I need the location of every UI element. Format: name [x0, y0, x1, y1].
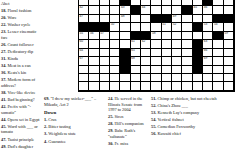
white-cell[interactable]	[131, 15, 141, 23]
down-clues-column-4: 51. Chimp or chicken, but not cheetah52.…	[151, 96, 233, 139]
white-cell[interactable]: 67	[79, 57, 89, 65]
white-cell[interactable]	[172, 49, 182, 57]
white-cell[interactable]: 47	[79, 15, 89, 23]
clue: 2. Bitter tasting	[44, 124, 105, 130]
white-cell[interactable]	[141, 74, 151, 82]
white-cell[interactable]	[89, 40, 99, 48]
cell-number: 67	[80, 57, 84, 60]
white-cell[interactable]: 53	[203, 23, 213, 31]
white-cell[interactable]	[162, 6, 172, 14]
white-cell[interactable]	[172, 82, 182, 90]
white-cell[interactable]: 50	[110, 23, 120, 31]
white-cell[interactable]	[213, 57, 223, 65]
white-cell[interactable]	[224, 57, 234, 65]
white-cell[interactable]	[182, 57, 192, 65]
white-cell[interactable]: 58	[151, 32, 161, 40]
crossword-puzzle-page: { "game": "crossword", "board": { "rows"…	[0, 0, 235, 150]
cell-number: 66	[204, 49, 208, 52]
clue: 51. Chimp or chicken, but not cheetah	[151, 96, 233, 102]
white-cell[interactable]	[172, 74, 182, 82]
white-cell[interactable]	[224, 82, 234, 90]
white-cell[interactable]	[131, 23, 141, 31]
white-cell[interactable]	[141, 23, 151, 31]
cell-number: 46	[204, 6, 208, 9]
cell-number: 44	[142, 6, 146, 9]
cell-number: 48	[121, 15, 125, 18]
black-cell	[131, 6, 141, 14]
white-cell[interactable]	[131, 74, 141, 82]
white-cell[interactable]	[193, 15, 203, 23]
white-cell[interactable]	[151, 74, 161, 82]
white-cell[interactable]	[100, 6, 110, 14]
white-cell[interactable]: 54	[213, 23, 223, 31]
down-clues-column-3: 24. He served in the Illinois Senate fro…	[108, 96, 148, 148]
white-cell[interactable]	[151, 66, 161, 74]
black-cell	[120, 49, 130, 57]
white-cell[interactable]	[110, 74, 120, 82]
white-cell[interactable]: 62	[141, 40, 151, 48]
white-cell[interactable]	[213, 49, 223, 57]
white-cell[interactable]	[79, 74, 89, 82]
black-cell	[182, 6, 192, 14]
clue: 47. Taoist principle	[1, 137, 43, 143]
down-header: Down	[44, 110, 105, 116]
white-cell[interactable]: 46	[203, 6, 213, 14]
white-cell[interactable]	[162, 57, 172, 65]
white-cell[interactable]: 44	[141, 6, 151, 14]
white-cell[interactable]	[89, 74, 99, 82]
white-cell[interactable]: 48	[120, 15, 130, 23]
white-cell[interactable]	[213, 6, 223, 14]
cell-number: 41	[214, 0, 218, 1]
white-cell[interactable]	[131, 82, 141, 90]
white-cell[interactable]	[141, 15, 151, 23]
white-cell[interactable]	[162, 82, 172, 90]
clue: 44. Opera set in Egypt	[1, 117, 43, 123]
white-cell[interactable]	[110, 57, 120, 65]
white-cell[interactable]	[110, 82, 120, 90]
cell-number: 56	[90, 32, 94, 35]
black-cell	[193, 49, 203, 57]
clue: 3. Weightless state	[44, 131, 105, 137]
white-cell[interactable]	[182, 40, 192, 48]
clues-column-2: 69. "I drew my snicker-___" – Mikado, Ac…	[44, 96, 105, 146]
cell-number: 59	[224, 32, 228, 35]
clue: 41. Bad beginning?	[1, 97, 43, 103]
white-cell[interactable]	[100, 49, 110, 57]
white-cell[interactable]	[110, 40, 120, 48]
cell-number: 40	[193, 0, 197, 1]
white-cell[interactable]	[141, 49, 151, 57]
cell-number: 39	[142, 0, 146, 1]
white-cell[interactable]	[213, 74, 223, 82]
white-cell[interactable]	[79, 66, 89, 74]
clue: 55. Comedian Foxworthy	[151, 124, 233, 130]
white-cell[interactable]	[172, 32, 182, 40]
white-cell[interactable]	[193, 82, 203, 90]
white-cell[interactable]	[89, 6, 99, 14]
cell-number: 65	[131, 49, 135, 52]
white-cell[interactable]	[182, 74, 192, 82]
clue: 42. Prefix with "-somatic"	[1, 104, 43, 115]
across-clues-column: Abet18. Floral fashion20. Wore22. Washer…	[1, 1, 43, 150]
clue: 25. Siren	[108, 114, 148, 120]
clue: 38. Vice-like device	[1, 90, 43, 96]
white-cell[interactable]	[89, 15, 99, 23]
white-cell[interactable]: 57	[100, 32, 110, 40]
white-cell[interactable]	[120, 40, 130, 48]
white-cell[interactable]	[79, 82, 89, 90]
black-cell	[120, 66, 130, 74]
cell-number: 47	[80, 15, 84, 18]
clue: 69. "I drew my snicker-___" – Mikado, Ac…	[44, 96, 105, 107]
black-cell	[193, 40, 203, 48]
cell-number: 37	[80, 0, 84, 1]
black-cell	[224, 15, 234, 23]
clue: 36. Keats's kin	[1, 70, 43, 76]
white-cell[interactable]	[100, 74, 110, 82]
black-cell	[213, 32, 223, 40]
clue: 24. He served in the Illinois Senate fro…	[108, 96, 148, 113]
black-cell	[193, 66, 203, 74]
cell-number: 64	[80, 49, 84, 52]
white-cell[interactable]	[172, 66, 182, 74]
clue: Abet	[1, 1, 43, 7]
white-cell[interactable]	[100, 66, 110, 74]
clue: 52. China's Zhou ___	[151, 103, 233, 109]
cell-number: 42	[80, 6, 84, 9]
cell-number: 62	[142, 40, 146, 43]
white-cell[interactable]	[172, 40, 182, 48]
white-cell[interactable]	[213, 66, 223, 74]
clue: 31. Kinda	[1, 56, 43, 62]
white-cell[interactable]	[151, 49, 161, 57]
white-cell[interactable]: 56	[89, 32, 99, 40]
black-cell	[151, 15, 161, 23]
white-cell[interactable]	[162, 40, 172, 48]
black-cell	[193, 23, 203, 31]
clue: 18. Floral fashion	[1, 8, 43, 14]
white-cell[interactable]	[120, 74, 130, 82]
white-cell[interactable]	[120, 82, 130, 90]
black-cell	[193, 57, 203, 65]
white-cell[interactable]	[162, 32, 172, 40]
cell-number: 52	[173, 23, 177, 26]
white-cell[interactable]	[110, 6, 120, 14]
cell-number: 69	[204, 57, 208, 60]
white-cell[interactable]	[141, 66, 151, 74]
clue: 34. Meat in a can	[1, 63, 43, 69]
white-cell[interactable]	[89, 57, 99, 65]
white-cell[interactable]	[182, 82, 192, 90]
white-cell[interactable]	[110, 32, 120, 40]
cell-number: 49	[173, 15, 177, 18]
white-cell[interactable]	[224, 40, 234, 48]
white-cell[interactable]	[213, 40, 223, 48]
white-cell[interactable]	[162, 49, 172, 57]
white-cell[interactable]	[203, 82, 213, 90]
black-cell	[120, 57, 130, 65]
white-cell[interactable]	[193, 74, 203, 82]
clue: 23. Lesser cinematic fare	[1, 29, 43, 40]
white-cell[interactable]	[182, 49, 192, 57]
clue: 20. Wore	[1, 15, 43, 21]
white-cell[interactable]	[151, 40, 161, 48]
clue: 28. Hill's companion	[108, 121, 148, 127]
white-cell[interactable]	[224, 49, 234, 57]
white-cell[interactable]	[89, 49, 99, 57]
white-cell[interactable]	[131, 66, 141, 74]
cell-number: 57	[100, 32, 104, 35]
white-cell[interactable]	[172, 57, 182, 65]
cell-number: 43	[121, 6, 125, 9]
clue: 26. Count follower	[1, 42, 43, 48]
white-cell[interactable]	[224, 66, 234, 74]
down-clues-a: 1. Crus2. Bitter tasting3. Weightless st…	[44, 117, 105, 144]
white-cell[interactable]	[203, 74, 213, 82]
white-cell[interactable]	[89, 82, 99, 90]
white-cell[interactable]	[182, 32, 192, 40]
white-cell[interactable]	[162, 66, 172, 74]
white-cell[interactable]	[151, 82, 161, 90]
clue: 54. Vertical fishnet	[151, 117, 233, 123]
cell-number: 60	[80, 40, 84, 43]
white-cell[interactable]	[110, 66, 120, 74]
white-cell[interactable]	[100, 15, 110, 23]
white-cell[interactable]	[182, 15, 192, 23]
white-cell[interactable]	[203, 66, 213, 74]
cell-number: 61	[131, 40, 135, 43]
clue: 29. Babe Ruth's "sultanate"	[108, 128, 148, 139]
white-cell[interactable]	[110, 49, 120, 57]
white-cell[interactable]	[141, 82, 151, 90]
clue: 53. Kenneth Lay's company	[151, 110, 233, 116]
clue: 1. Crus	[44, 117, 105, 123]
clue: 4. Guarantee	[44, 139, 105, 145]
white-cell[interactable]	[141, 57, 151, 65]
cell-number: 54	[214, 23, 218, 26]
white-cell[interactable]	[151, 6, 161, 14]
cell-number: 51	[162, 23, 166, 26]
cell-number: 58	[152, 32, 156, 35]
cell-number: 55	[80, 32, 84, 35]
clue: 22. Washer cycle	[1, 22, 43, 28]
white-cell[interactable]	[193, 32, 203, 40]
clue: 49. Dad's daughter	[1, 144, 43, 150]
white-cell[interactable]	[182, 23, 192, 31]
white-cell[interactable]: 69	[203, 57, 213, 65]
cell-number: 53	[204, 23, 208, 26]
white-cell[interactable]	[89, 66, 99, 74]
clue: 30. Fr. miss	[108, 141, 148, 147]
cell-number: 50	[111, 23, 115, 26]
white-cell[interactable]	[100, 82, 110, 90]
cell-number: 45	[193, 6, 197, 9]
clue: 37. Modern form of address?	[1, 77, 43, 88]
crossword-grid[interactable]: 3738394041424344454647484950515253545556…	[78, 0, 235, 92]
white-cell[interactable]: 52	[172, 23, 182, 31]
white-cell[interactable]: 51	[162, 23, 172, 31]
white-cell[interactable]	[100, 57, 110, 65]
white-cell[interactable]	[120, 23, 130, 31]
white-cell[interactable]	[151, 57, 161, 65]
white-cell[interactable]	[100, 40, 110, 48]
clue: 56. Kuwaiti chief	[151, 131, 233, 137]
white-cell[interactable]	[224, 6, 234, 14]
clue: 27. Dedicatory dip	[1, 49, 43, 55]
cell-number: 68	[131, 57, 135, 60]
clue: 45. Word with ___ or tomato	[1, 124, 43, 135]
white-cell[interactable]: 59	[224, 32, 234, 40]
cell-number: 38	[131, 0, 135, 1]
white-cell[interactable]: 45	[193, 6, 203, 14]
cell-number: 63	[204, 40, 208, 43]
white-cell[interactable]	[213, 82, 223, 90]
white-cell[interactable]	[182, 66, 192, 74]
white-cell[interactable]	[120, 32, 130, 40]
white-cell[interactable]: 68	[131, 57, 141, 65]
white-cell[interactable]	[162, 74, 172, 82]
white-cell[interactable]	[224, 74, 234, 82]
across-tail-clues: 69. "I drew my snicker-___" – Mikado, Ac…	[44, 96, 105, 107]
